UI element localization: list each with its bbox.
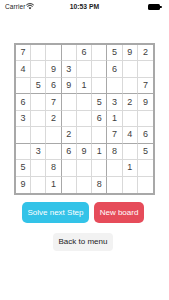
sudoku-cell-r6c2[interactable] — [31, 127, 46, 143]
sudoku-cell-r1c1[interactable]: 7 — [16, 45, 31, 61]
sudoku-cell-r2c3[interactable]: 9 — [46, 61, 61, 77]
new-board-button[interactable]: New board — [94, 202, 144, 223]
sudoku-cell-r9c8[interactable] — [123, 177, 138, 193]
sudoku-cell-r6c9[interactable]: 6 — [138, 127, 153, 143]
sudoku-cell-r3c7[interactable] — [107, 78, 122, 94]
status-bar: Carrier 10:53 PM — [0, 0, 169, 14]
sudoku-cell-r6c4[interactable]: 2 — [62, 127, 77, 143]
sudoku-cell-r8c2[interactable] — [31, 160, 46, 176]
sudoku-cell-r4c5[interactable] — [77, 94, 92, 110]
sudoku-cell-r1c3[interactable] — [46, 45, 61, 61]
battery-body — [148, 4, 160, 10]
app-screen: Carrier 10:53 PM 76592493656917675329326… — [0, 0, 169, 300]
sudoku-cell-r8c9[interactable] — [138, 160, 153, 176]
sudoku-cell-r9c3[interactable]: 1 — [46, 177, 61, 193]
sudoku-cell-r8c7[interactable] — [107, 160, 122, 176]
sudoku-cell-r2c8[interactable] — [123, 61, 138, 77]
sudoku-cell-r5c3[interactable]: 2 — [46, 111, 61, 127]
sudoku-cell-r8c4[interactable] — [62, 160, 77, 176]
sudoku-cell-r1c2[interactable] — [31, 45, 46, 61]
sudoku-cell-r4c9[interactable]: 9 — [138, 94, 153, 110]
sudoku-cell-r5c4[interactable] — [62, 111, 77, 127]
sudoku-cell-r3c6[interactable] — [92, 78, 107, 94]
sudoku-cell-r7c6[interactable]: 1 — [92, 144, 107, 160]
sudoku-cell-r1c4[interactable] — [62, 45, 77, 61]
sudoku-cell-r4c4[interactable] — [62, 94, 77, 110]
clock-label: 10:53 PM — [0, 3, 169, 10]
sudoku-cell-r9c7[interactable] — [107, 177, 122, 193]
sudoku-cell-r6c5[interactable] — [77, 127, 92, 143]
sudoku-cell-r7c5[interactable]: 9 — [77, 144, 92, 160]
sudoku-cell-r7c7[interactable]: 8 — [107, 144, 122, 160]
sudoku-cell-r7c1[interactable] — [16, 144, 31, 160]
sudoku-cell-r5c1[interactable]: 3 — [16, 111, 31, 127]
sudoku-cell-r7c9[interactable]: 5 — [138, 144, 153, 160]
back-to-menu-button[interactable]: Back to menu — [53, 233, 113, 251]
solve-next-step-button[interactable]: Solve next Step — [22, 202, 89, 223]
sudoku-cell-r8c8[interactable]: 1 — [123, 160, 138, 176]
sudoku-cell-r8c6[interactable] — [92, 160, 107, 176]
sudoku-cell-r9c4[interactable] — [62, 177, 77, 193]
sudoku-cell-r4c8[interactable]: 2 — [123, 94, 138, 110]
sudoku-cell-r2c1[interactable]: 4 — [16, 61, 31, 77]
sudoku-cell-r9c9[interactable] — [138, 177, 153, 193]
sudoku-cell-r7c3[interactable] — [46, 144, 61, 160]
sudoku-cell-r8c5[interactable] — [77, 160, 92, 176]
battery-tip — [160, 6, 161, 8]
sudoku-cell-r6c6[interactable] — [92, 127, 107, 143]
sudoku-cell-r1c8[interactable]: 9 — [123, 45, 138, 61]
sudoku-cell-r8c1[interactable]: 5 — [16, 160, 31, 176]
sudoku-cell-r4c1[interactable]: 6 — [16, 94, 31, 110]
sudoku-cell-r6c1[interactable] — [16, 127, 31, 143]
sudoku-cell-r2c6[interactable] — [92, 61, 107, 77]
sudoku-cell-r9c6[interactable]: 8 — [92, 177, 107, 193]
sudoku-cell-r2c5[interactable] — [77, 61, 92, 77]
sudoku-cell-r1c7[interactable]: 5 — [107, 45, 122, 61]
sudoku-cell-r2c9[interactable] — [138, 61, 153, 77]
sudoku-cell-r9c5[interactable] — [77, 177, 92, 193]
sudoku-cell-r6c7[interactable]: 7 — [107, 127, 122, 143]
sudoku-cell-r7c2[interactable]: 3 — [31, 144, 46, 160]
sudoku-cell-r4c3[interactable]: 7 — [46, 94, 61, 110]
sudoku-cell-r6c8[interactable]: 4 — [123, 127, 138, 143]
sudoku-cell-r5c2[interactable] — [31, 111, 46, 127]
sudoku-cell-r1c5[interactable]: 6 — [77, 45, 92, 61]
sudoku-cell-r2c4[interactable]: 3 — [62, 61, 77, 77]
sudoku-cell-r2c7[interactable]: 6 — [107, 61, 122, 77]
sudoku-cell-r1c6[interactable] — [92, 45, 107, 61]
sudoku-cell-r4c7[interactable]: 3 — [107, 94, 122, 110]
sudoku-cell-r9c1[interactable]: 9 — [16, 177, 31, 193]
sudoku-cell-r9c2[interactable] — [31, 177, 46, 193]
battery-icon — [148, 4, 161, 10]
sudoku-cell-r1c9[interactable]: 2 — [138, 45, 153, 61]
sudoku-cell-r5c6[interactable]: 6 — [92, 111, 107, 127]
sudoku-cell-r5c9[interactable] — [138, 111, 153, 127]
sudoku-cell-r4c6[interactable]: 5 — [92, 94, 107, 110]
sudoku-cell-r3c9[interactable]: 7 — [138, 78, 153, 94]
sudoku-cell-r4c2[interactable] — [31, 94, 46, 110]
sudoku-cell-r5c7[interactable]: 1 — [107, 111, 122, 127]
sudoku-cell-r2c2[interactable] — [31, 61, 46, 77]
sudoku-cell-r6c3[interactable] — [46, 127, 61, 143]
sudoku-cell-r5c5[interactable] — [77, 111, 92, 127]
sudoku-cell-r3c8[interactable] — [123, 78, 138, 94]
sudoku-cell-r7c8[interactable] — [123, 144, 138, 160]
sudoku-cell-r7c4[interactable]: 6 — [62, 144, 77, 160]
sudoku-cell-r3c3[interactable]: 6 — [46, 78, 61, 94]
sudoku-grid: 7659249365691767532932612746369185581918 — [14, 43, 155, 195]
sudoku-cell-r3c1[interactable] — [16, 78, 31, 94]
sudoku-cell-r3c4[interactable]: 9 — [62, 78, 77, 94]
sudoku-cell-r8c3[interactable]: 8 — [46, 160, 61, 176]
sudoku-cell-r3c5[interactable]: 1 — [77, 78, 92, 94]
sudoku-cell-r3c2[interactable]: 5 — [31, 78, 46, 94]
sudoku-cell-r5c8[interactable] — [123, 111, 138, 127]
